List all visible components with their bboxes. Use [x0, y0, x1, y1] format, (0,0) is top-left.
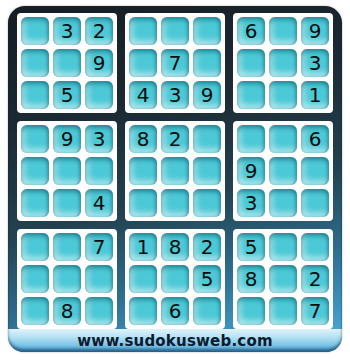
cell-r4c8[interactable] — [269, 125, 297, 153]
cell-r8c4[interactable] — [129, 265, 157, 293]
cell-r2c8[interactable] — [269, 49, 297, 77]
cell-r7c5[interactable]: 8 — [161, 233, 189, 261]
block-1: 3295 — [17, 13, 117, 113]
cell-r8c8[interactable] — [269, 265, 297, 293]
cell-r5c1[interactable] — [21, 157, 49, 185]
footer-bar: www.sudokusweb.com — [8, 329, 342, 352]
cell-r3c5[interactable]: 3 — [161, 81, 189, 109]
cell-r7c8[interactable] — [269, 233, 297, 261]
block-3: 6931 — [233, 13, 333, 113]
cell-r1c9[interactable]: 9 — [301, 17, 329, 45]
cell-r1c4[interactable] — [129, 17, 157, 45]
cell-r7c7[interactable]: 5 — [237, 233, 265, 261]
cell-r3c8[interactable] — [269, 81, 297, 109]
cell-r6c3[interactable]: 4 — [85, 189, 113, 217]
cell-r5c7[interactable]: 9 — [237, 157, 265, 185]
cell-r2c7[interactable] — [237, 49, 265, 77]
cell-r6c7[interactable]: 3 — [237, 189, 265, 217]
cell-r2c1[interactable] — [21, 49, 49, 77]
cell-r6c6[interactable] — [193, 189, 221, 217]
cell-r2c5[interactable]: 7 — [161, 49, 189, 77]
block-6: 693 — [233, 121, 333, 221]
cell-r5c8[interactable] — [269, 157, 297, 185]
cell-r9c4[interactable] — [129, 297, 157, 325]
cell-r9c7[interactable] — [237, 297, 265, 325]
cell-r1c8[interactable] — [269, 17, 297, 45]
cell-r7c1[interactable] — [21, 233, 49, 261]
cell-r3c1[interactable] — [21, 81, 49, 109]
cell-r9c2[interactable]: 8 — [53, 297, 81, 325]
cell-r3c4[interactable]: 4 — [129, 81, 157, 109]
cell-r8c6[interactable]: 5 — [193, 265, 221, 293]
cell-r7c2[interactable] — [53, 233, 81, 261]
cell-r8c1[interactable] — [21, 265, 49, 293]
block-9: 5827 — [233, 229, 333, 329]
cell-r4c3[interactable]: 3 — [85, 125, 113, 153]
cell-r3c2[interactable]: 5 — [53, 81, 81, 109]
cell-r2c9[interactable]: 3 — [301, 49, 329, 77]
cell-r6c8[interactable] — [269, 189, 297, 217]
cell-r6c9[interactable] — [301, 189, 329, 217]
cell-r7c4[interactable]: 1 — [129, 233, 157, 261]
cell-r2c4[interactable] — [129, 49, 157, 77]
cell-r1c2[interactable]: 3 — [53, 17, 81, 45]
cell-r1c3[interactable]: 2 — [85, 17, 113, 45]
cell-r2c2[interactable] — [53, 49, 81, 77]
cell-r4c7[interactable] — [237, 125, 265, 153]
cell-r4c1[interactable] — [21, 125, 49, 153]
website-link[interactable]: www.sudokusweb.com — [77, 332, 272, 350]
cell-r6c1[interactable] — [21, 189, 49, 217]
cell-r9c3[interactable] — [85, 297, 113, 325]
cell-r8c9[interactable]: 2 — [301, 265, 329, 293]
block-5: 82 — [125, 121, 225, 221]
block-2: 7439 — [125, 13, 225, 113]
cell-r8c7[interactable]: 8 — [237, 265, 265, 293]
cell-r3c3[interactable] — [85, 81, 113, 109]
sudoku-board: 3295743969319348269378182565827 — [8, 6, 342, 329]
cell-r4c2[interactable]: 9 — [53, 125, 81, 153]
cell-r1c6[interactable] — [193, 17, 221, 45]
cell-r4c5[interactable]: 2 — [161, 125, 189, 153]
cell-r4c6[interactable] — [193, 125, 221, 153]
cell-r7c6[interactable]: 2 — [193, 233, 221, 261]
cell-r2c6[interactable] — [193, 49, 221, 77]
block-8: 18256 — [125, 229, 225, 329]
cell-r7c3[interactable]: 7 — [85, 233, 113, 261]
cell-r4c4[interactable]: 8 — [129, 125, 157, 153]
cell-r2c3[interactable]: 9 — [85, 49, 113, 77]
cell-r6c4[interactable] — [129, 189, 157, 217]
cell-r6c2[interactable] — [53, 189, 81, 217]
cell-r1c1[interactable] — [21, 17, 49, 45]
cell-r1c5[interactable] — [161, 17, 189, 45]
cell-r9c5[interactable]: 6 — [161, 297, 189, 325]
block-7: 78 — [17, 229, 117, 329]
cell-r9c9[interactable]: 7 — [301, 297, 329, 325]
cell-r5c9[interactable] — [301, 157, 329, 185]
cell-r1c7[interactable]: 6 — [237, 17, 265, 45]
block-4: 934 — [17, 121, 117, 221]
cell-r5c4[interactable] — [129, 157, 157, 185]
cell-r4c9[interactable]: 6 — [301, 125, 329, 153]
cell-r3c7[interactable] — [237, 81, 265, 109]
cell-r5c5[interactable] — [161, 157, 189, 185]
cell-r5c6[interactable] — [193, 157, 221, 185]
cell-r3c6[interactable]: 9 — [193, 81, 221, 109]
cell-r8c5[interactable] — [161, 265, 189, 293]
cell-r6c5[interactable] — [161, 189, 189, 217]
cell-r8c2[interactable] — [53, 265, 81, 293]
sudoku-frame: 3295743969319348269378182565827 www.sudo… — [8, 6, 342, 352]
cell-r3c9[interactable]: 1 — [301, 81, 329, 109]
cell-r5c2[interactable] — [53, 157, 81, 185]
cell-r7c9[interactable] — [301, 233, 329, 261]
cell-r5c3[interactable] — [85, 157, 113, 185]
cell-r9c1[interactable] — [21, 297, 49, 325]
cell-r9c6[interactable] — [193, 297, 221, 325]
cell-r9c8[interactable] — [269, 297, 297, 325]
cell-r8c3[interactable] — [85, 265, 113, 293]
